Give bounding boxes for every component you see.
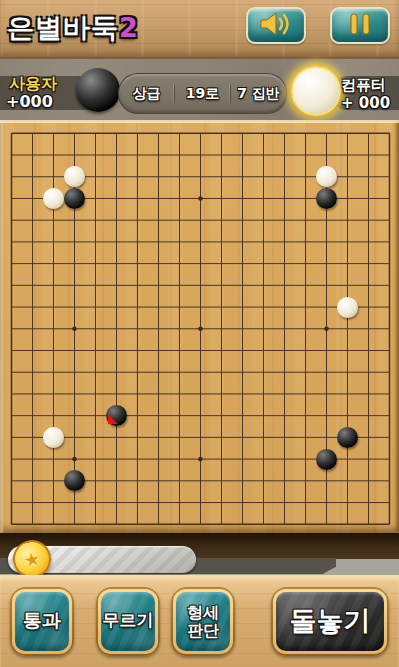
pass-button[interactable]: 통과 bbox=[10, 587, 74, 656]
coin-star-glyph: ★ bbox=[22, 547, 42, 571]
level-label: 상급 bbox=[119, 85, 174, 103]
white-stone-avatar-turn-glow bbox=[291, 66, 341, 116]
place-stone-button[interactable]: 돌놓기 bbox=[271, 587, 389, 656]
app-title: 은별바둑2 bbox=[7, 10, 139, 46]
pass-button-label: 통과 bbox=[15, 592, 69, 651]
computer-name-label: 컴퓨터 bbox=[341, 76, 386, 95]
pause-icon bbox=[347, 11, 373, 40]
stone-white-R11 bbox=[337, 297, 358, 318]
user-score-label: +000 bbox=[6, 92, 53, 111]
stone-black-D16 bbox=[64, 188, 85, 209]
stone-black-Q16 bbox=[316, 188, 337, 209]
computer-score-label: + 000 bbox=[341, 94, 390, 112]
sound-button[interactable] bbox=[246, 7, 306, 44]
app-screen: 은별바둑2 사용자 +000 상급 19로 7 집반 bbox=[0, 0, 399, 667]
black-stone-avatar bbox=[76, 68, 120, 112]
territory-estimate-button-label: 형세 판단 bbox=[176, 592, 230, 651]
stone-white-C5 bbox=[43, 427, 64, 448]
pause-button[interactable] bbox=[330, 7, 390, 44]
undo-button-label: 무르기 bbox=[101, 592, 155, 651]
undo-button[interactable]: 무르기 bbox=[96, 587, 160, 656]
stone-black-R5 bbox=[337, 427, 358, 448]
place-stone-button-label: 돌놓기 bbox=[276, 592, 384, 651]
last-move-marker bbox=[108, 414, 118, 424]
stone-black-F6 bbox=[106, 405, 127, 426]
board-grid bbox=[0, 120, 399, 533]
match-info-pill: 상급 19로 7 집반 bbox=[118, 73, 287, 114]
stone-black-Q4 bbox=[316, 449, 337, 470]
komi-label: 7 집반 bbox=[230, 85, 286, 103]
app-title-text: 은별바둑 bbox=[7, 12, 119, 43]
speaker-icon bbox=[257, 10, 295, 41]
territory-estimate-button[interactable]: 형세 판단 bbox=[171, 587, 235, 656]
player-info-bar: 사용자 +000 상급 19로 7 집반 컴퓨터 + 000 bbox=[0, 59, 399, 120]
footer-button-bar: 통과 무르기 형세 판단 돌놓기 bbox=[0, 575, 399, 667]
go-board[interactable] bbox=[0, 120, 399, 533]
app-title-number: 2 bbox=[119, 12, 139, 43]
board-size-label: 19로 bbox=[174, 85, 230, 103]
stone-white-C16 bbox=[43, 188, 64, 209]
